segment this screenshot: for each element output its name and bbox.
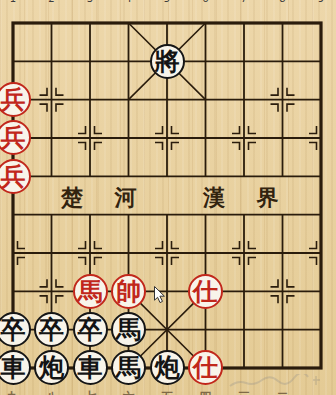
file-number-bottom: 七 <box>82 389 98 395</box>
xiangqi-board: 123456789 楚 河 漢 界 將兵兵兵馬帥仕卒卒卒馬車炮車馬炮仕 九八七六… <box>0 0 336 395</box>
file-number-bottom: 八 <box>44 389 60 395</box>
piece-red-advisor[interactable]: 仕 <box>188 274 223 309</box>
piece-black-soldier[interactable]: 卒 <box>0 312 31 347</box>
piece-red-soldier[interactable]: 兵 <box>0 159 31 194</box>
file-number-bottom: 六 <box>121 389 137 395</box>
pieces-layer: 將兵兵兵馬帥仕卒卒卒馬車炮車馬炮仕 <box>0 4 336 387</box>
piece-black-chariot[interactable]: 車 <box>73 350 108 385</box>
piece-black-general[interactable]: 將 <box>150 44 185 79</box>
piece-black-soldier[interactable]: 卒 <box>73 312 108 347</box>
piece-black-horse[interactable]: 馬 <box>111 312 146 347</box>
watermark <box>228 374 324 392</box>
piece-red-horse[interactable]: 馬 <box>73 274 108 309</box>
mouse-cursor <box>154 286 167 305</box>
piece-black-cannon[interactable]: 炮 <box>150 350 185 385</box>
file-number-bottom: 五 <box>159 389 175 395</box>
piece-red-advisor[interactable]: 仕 <box>188 350 223 385</box>
piece-black-cannon[interactable]: 炮 <box>34 350 69 385</box>
piece-red-general[interactable]: 帥 <box>111 274 146 309</box>
file-number-bottom: 四 <box>198 389 214 395</box>
file-number-bottom: 九 <box>5 389 21 395</box>
piece-black-soldier[interactable]: 卒 <box>34 312 69 347</box>
piece-red-soldier[interactable]: 兵 <box>0 120 31 155</box>
piece-black-chariot[interactable]: 車 <box>0 350 31 385</box>
piece-red-soldier[interactable]: 兵 <box>0 82 31 117</box>
piece-black-horse[interactable]: 馬 <box>111 350 146 385</box>
